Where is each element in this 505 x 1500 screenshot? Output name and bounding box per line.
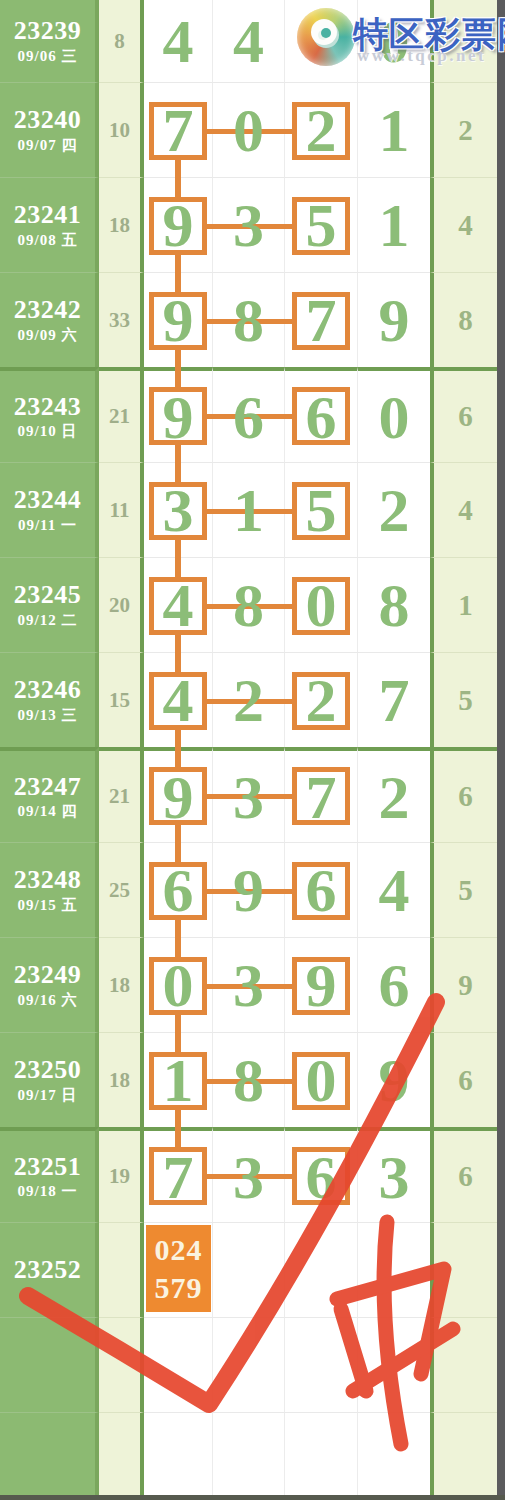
issue-date: 09/08 五 [18,232,78,249]
digit-cell-d1-value: 7 [163,1146,194,1208]
digit-cell-d1-value: 4 [163,669,194,731]
chart-row-23247: 2324709/14 四2193726 [0,747,505,842]
digit-cell-d3 [285,1317,358,1412]
chart-row-23249: 2324909/16 六1803969 [0,937,505,1032]
issue-number-value: 23240 [14,105,82,134]
issue-number-value: 23251 [14,1152,82,1181]
digit-cell-d4-value: 2 [379,479,410,541]
tail-cell: 6 [430,1127,497,1222]
digit-cell-d2-value: 3 [233,954,264,1016]
sum-cell: 19 [99,1127,144,1222]
sum-cell: 21 [99,747,144,842]
digit-cell-d1-value: 4 [163,574,194,636]
sum-cell-value: 15 [109,690,130,711]
chart-row-23248: 2324809/15 五2569645 [0,842,505,937]
digit-cell-d3-value: 6 [306,1146,337,1208]
tail-cell [430,1412,497,1495]
digit-cell-d1 [144,1412,213,1495]
prediction-line-1: 024 [155,1231,203,1269]
digit-cell-d4-value: 9 [379,1049,410,1111]
issue-date-value: 09/12 二 [18,612,78,628]
issue-cell: 2324809/15 五 [0,842,99,937]
issue-date: 09/10 日 [18,423,78,440]
digit-cell-d2 [213,1412,285,1495]
right-strip [497,462,505,557]
chart-row-23246: 2324609/13 三1542275 [0,652,505,747]
issue-date-value: 09/15 五 [18,897,78,913]
right-strip [497,177,505,272]
issue-cell: 2324109/08 五 [0,177,99,272]
issue-date: 09/06 三 [18,48,78,65]
tail-cell-value: 6 [458,1066,473,1095]
right-strip [497,82,505,177]
digit-cell-d4-value: 2 [379,766,410,828]
issue-date: 09/12 二 [18,612,78,629]
issue-cell: 2324909/16 六 [0,937,99,1032]
digit-cell-d3-value: 9 [306,954,337,1016]
tail-cell-value: 2 [458,116,473,145]
digit-cell-d4-value: 4 [379,859,410,921]
issue-cell: 2323909/06 三 [0,0,99,82]
digit-cell-d1-value: 3 [163,479,194,541]
sum-cell-value: 21 [109,406,130,427]
sum-cell-value: 18 [109,215,130,236]
digit-cell-d3-value: 7 [306,289,337,351]
issue-number: 23252 [14,1256,82,1283]
issue-cell: 23252 [0,1222,99,1317]
sum-cell: 20 [99,557,144,652]
tail-cell: 9 [430,937,497,1032]
sum-cell: 15 [99,652,144,747]
sum-cell [99,1412,144,1495]
digit-cell-d4: 0 [358,367,430,462]
issue-cell [0,1317,99,1412]
sum-cell: 25 [99,842,144,937]
sum-cell: 33 [99,272,144,367]
issue-date: 09/18 一 [18,1183,78,1200]
sum-cell: 18 [99,177,144,272]
sum-cell-value: 10 [109,120,130,141]
issue-date-value: 09/11 一 [18,517,77,533]
issue-cell: 2324309/10 日 [0,367,99,462]
issue-cell: 2324409/11 一 [0,462,99,557]
digit-cell-d2-value: 3 [233,194,264,256]
digit-cell-d2 [213,1222,285,1317]
digit-cell-d4 [358,1412,430,1495]
issue-number: 23239 [14,17,82,44]
issue-cell: 2324009/07 四 [0,82,99,177]
digit-cell-d1-value: 6 [163,859,194,921]
digit-cell-d3-value: 2 [306,669,337,731]
digit-cell-d4-value: 6 [379,954,410,1016]
issue-number: 23245 [14,581,82,608]
issue-cell: 2324209/09 六 [0,272,99,367]
issue-date: 09/11 一 [18,517,77,534]
bottom-border [0,1495,505,1500]
sum-cell: 10 [99,82,144,177]
issue-number: 23241 [14,201,82,228]
issue-number-value: 23242 [14,295,82,324]
issue-cell: 2324709/14 四 [0,747,99,842]
digit-cell-d1-value: 1 [163,1049,194,1111]
issue-number: 23240 [14,106,82,133]
sum-cell-value: 20 [109,595,130,616]
chart-row-23250: 2325009/17 日1818096 [0,1032,505,1127]
tail-cell: 4 [430,462,497,557]
issue-date: 09/16 六 [18,992,78,1009]
sum-cell-value: 21 [109,786,130,807]
tail-cell: 8 [430,272,497,367]
chart-row-23252: 23252024579 [0,1222,505,1317]
tail-cell-value: 4 [458,211,473,240]
issue-date: 09/09 六 [18,327,78,344]
sum-cell: 21 [99,367,144,462]
digit-cell-d2: 4 [213,0,285,82]
chart-row-23241: 2324109/08 五1893514 [0,177,505,272]
digit-cell-d4-value: 7 [379,669,410,731]
right-strip [497,557,505,652]
issue-date: 09/15 五 [18,897,78,914]
sum-cell-value: 25 [109,880,130,901]
sum-cell: 18 [99,937,144,1032]
digit-cell-d3-value: 7 [306,766,337,828]
digit-cell-d4: 2 [358,462,430,557]
tail-cell [430,1317,497,1412]
sum-cell-value: 33 [109,310,130,331]
issue-number: 23244 [14,486,82,513]
chart-row-23243: 2324309/10 日2196606 [0,367,505,462]
digit-cell-d3-value: 5 [306,194,337,256]
issue-date-value: 09/06 三 [18,48,78,64]
digit-cell-d4-value: 0 [379,386,410,448]
prediction-line-2: 579 [155,1269,203,1307]
logo-watermark: www.tqcp.net [357,46,486,66]
digit-cell-d1-value: 7 [163,99,194,161]
tail-cell: 4 [430,177,497,272]
digit-cell-d4: 4 [358,842,430,937]
issue-date-value: 09/14 四 [18,803,78,819]
tail-cell: 6 [430,367,497,462]
issue-cell: 2325109/18 一 [0,1127,99,1222]
chart-row-23240: 2324009/07 四1070212 [0,82,505,177]
site-logo[interactable]: 特区彩票网 www.tqcp.net [294,5,505,69]
digit-cell-d3-value: 0 [306,1049,337,1111]
chart-row-23242: 2324209/09 六3398798 [0,272,505,367]
digit-cell-d4: 9 [358,272,430,367]
digit-cell-d3 [285,1412,358,1495]
issue-number-value: 23252 [14,1255,82,1284]
prediction-block: 024579 [146,1225,211,1312]
digit-cell-d4 [358,1222,430,1317]
issue-number: 23246 [14,676,82,703]
digit-cell-d1-value: 9 [163,289,194,351]
right-strip [497,652,505,747]
digit-cell-d2-value: 9 [233,859,264,921]
sum-cell: 18 [99,1032,144,1127]
issue-cell: 2324509/12 二 [0,557,99,652]
issue-number-value: 23247 [14,772,82,801]
issue-number-value: 23248 [14,865,82,894]
tail-cell: 5 [430,652,497,747]
right-strip [497,842,505,937]
right-strip [497,1317,505,1412]
issue-date-value: 09/07 四 [18,137,78,153]
issue-date-value: 09/09 六 [18,327,78,343]
digit-cell-d1: 4 [144,0,213,82]
tail-cell: 6 [430,1032,497,1127]
digit-cell-d3-value: 0 [306,574,337,636]
tail-cell [430,1222,497,1317]
tail-cell: 1 [430,557,497,652]
sum-cell-value: 11 [110,500,130,521]
tail-cell-value: 8 [458,306,473,335]
digit-cell-d4 [358,1317,430,1412]
issue-date-value: 09/13 三 [18,707,78,723]
digit-cell-d2-value: 2 [233,669,264,731]
digit-cell-d4: 8 [358,557,430,652]
digit-cell-d2-value: 6 [233,386,264,448]
right-strip [497,1222,505,1317]
issue-date-value: 09/08 五 [18,232,78,248]
digit-cell-d4-value: 1 [379,194,410,256]
issue-number-value: 23239 [14,16,82,45]
issue-date: 09/13 三 [18,707,78,724]
digit-cell-d2-value: 4 [233,10,264,72]
issue-date-value: 09/10 日 [18,423,78,439]
sum-cell [99,1222,144,1317]
sum-cell-value: 8 [114,31,125,52]
chart-row-23245: 2324509/12 二2048081 [0,557,505,652]
right-strip [497,937,505,1032]
issue-number-value: 23246 [14,675,82,704]
sum-cell: 11 [99,462,144,557]
digit-cell-d4-value: 9 [379,289,410,351]
right-strip [497,747,505,842]
digit-cell-d2-value: 8 [233,574,264,636]
chart-rows: 2323909/06 三844002324009/07 四10702122324… [0,0,505,1495]
digit-cell-d1-value: 4 [163,10,194,72]
digit-cell-d1 [144,1317,213,1412]
digit-cell-d1-value: 9 [163,194,194,256]
issue-date-value: 09/18 一 [18,1183,78,1199]
digit-cell-d4-value: 3 [379,1146,410,1208]
issue-cell [0,1412,99,1495]
tail-cell: 5 [430,842,497,937]
issue-date-value: 09/17 日 [18,1087,78,1103]
issue-number: 23248 [14,866,82,893]
tail-cell-value: 9 [458,971,473,1000]
digit-cell-d2-value: 0 [233,99,264,161]
issue-cell: 2324609/13 三 [0,652,99,747]
digit-cell-d2 [213,1317,285,1412]
tail-cell-value: 6 [458,402,473,431]
digit-cell-d1-value: 9 [163,386,194,448]
issue-number-value: 23245 [14,580,82,609]
issue-number-value: 23243 [14,392,82,421]
issue-number-value: 23241 [14,200,82,229]
tail-cell-value: 5 [458,876,473,905]
tail-cell-value: 6 [458,782,473,811]
digit-cell-d3 [285,1222,358,1317]
chart-row [0,1317,505,1412]
issue-number-value: 23244 [14,485,82,514]
chart-row-23251: 2325109/18 一1973636 [0,1127,505,1222]
right-strip [497,1032,505,1127]
digit-cell-d4: 9 [358,1032,430,1127]
chart-row [0,1412,505,1495]
tail-cell-value: 4 [458,496,473,525]
issue-date: 09/17 日 [18,1087,78,1104]
sum-cell [99,1317,144,1412]
digit-cell-d4: 7 [358,652,430,747]
issue-date: 09/14 四 [18,803,78,820]
digit-cell-d1-value: 9 [163,766,194,828]
issue-date: 09/07 四 [18,137,78,154]
sum-cell-value: 19 [109,1166,130,1187]
issue-date-value: 09/16 六 [18,992,78,1008]
right-strip [497,272,505,367]
issue-number: 23251 [14,1153,82,1180]
sum-cell: 8 [99,0,144,82]
issue-number: 23243 [14,393,82,420]
digit-cell-d2-value: 1 [233,479,264,541]
tail-cell-value: 1 [458,591,473,620]
digit-cell-d2-value: 8 [233,289,264,351]
digit-cell-d2-value: 8 [233,1049,264,1111]
logo-swirl-icon [297,8,355,66]
digit-cell-d3-value: 6 [306,386,337,448]
lottery-trend-chart-screen: 2323909/06 三844002324009/07 四10702122324… [0,0,505,1500]
digit-cell-d3-value: 2 [306,99,337,161]
digit-cell-d4: 2 [358,747,430,842]
digit-cell-d4: 6 [358,937,430,1032]
issue-number-value: 23250 [14,1055,82,1084]
right-strip [497,1412,505,1495]
right-strip [497,367,505,462]
digit-cell-d1-value: 0 [163,954,194,1016]
digit-cell-d3-value: 6 [306,859,337,921]
right-strip [497,1127,505,1222]
digit-cell-d4: 1 [358,82,430,177]
digit-cell-d2-value: 3 [233,766,264,828]
issue-number: 23247 [14,773,82,800]
digit-cell-d4-value: 8 [379,574,410,636]
digit-cell-d3-value: 5 [306,479,337,541]
tail-cell: 2 [430,82,497,177]
sum-cell-value: 18 [109,1070,130,1091]
sum-cell-value: 18 [109,975,130,996]
digit-cell-d4-value: 1 [379,99,410,161]
chart-row-23244: 2324409/11 一1131524 [0,462,505,557]
issue-number: 23249 [14,961,82,988]
issue-number: 23242 [14,296,82,323]
digit-cell-d2-value: 3 [233,1146,264,1208]
issue-number: 23250 [14,1056,82,1083]
tail-cell-value: 5 [458,686,473,715]
issue-cell: 2325009/17 日 [0,1032,99,1127]
tail-cell-value: 6 [458,1162,473,1191]
issue-number-value: 23249 [14,960,82,989]
digit-cell-d4: 3 [358,1127,430,1222]
tail-cell: 6 [430,747,497,842]
digit-cell-d4: 1 [358,177,430,272]
